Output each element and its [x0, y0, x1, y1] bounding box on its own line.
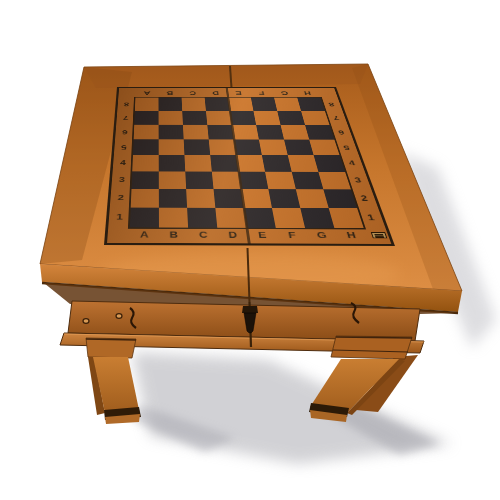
left-leg-cap: [86, 338, 136, 358]
square-b7: [159, 111, 183, 125]
square-d4: [210, 155, 238, 172]
square-a3: [131, 171, 158, 189]
file-label-top-d: D: [204, 88, 228, 97]
square-f4: [262, 155, 292, 172]
file-label-top-a: A: [135, 88, 158, 97]
rank-label-right-6: 6: [329, 125, 353, 140]
square-f5: [259, 140, 288, 156]
corner-cell-bottom-right: [364, 228, 392, 244]
rank-label-right-7: 7: [325, 111, 348, 125]
file-label-top-f: F: [249, 88, 274, 97]
corner-cell-top-left: [118, 88, 135, 97]
table-illustration: [0, 0, 500, 500]
tabletop-shade-back: [84, 64, 368, 88]
square-f8: [251, 98, 277, 111]
file-label-top-c: C: [181, 88, 205, 97]
square-d1: [215, 208, 246, 228]
square-e1: [244, 208, 276, 228]
rank-label-right-5: 5: [334, 140, 358, 156]
maker-stamp: [371, 232, 388, 238]
rank-label-left-7: 7: [116, 111, 135, 125]
square-a2: [131, 189, 159, 208]
square-c8: [182, 98, 206, 111]
square-f2: [268, 189, 300, 208]
square-b2: [159, 189, 187, 208]
right-leg-cap-line: [336, 337, 412, 338]
file-label-bottom-b: B: [159, 227, 189, 243]
rank-label-left-5: 5: [114, 139, 134, 155]
square-d5: [209, 139, 236, 155]
square-e7: [230, 111, 256, 125]
file-label-top-h: H: [295, 88, 321, 97]
corner-cell-top-right: [317, 88, 337, 97]
square-d2: [214, 189, 244, 208]
file-label-top-g: G: [272, 88, 297, 97]
square-e4: [236, 155, 265, 172]
rank-label-right-4: 4: [340, 155, 365, 172]
photo-canvas: ABCDEFGH8877665544332211ABCDEFGH: [0, 0, 500, 500]
square-e3: [238, 172, 268, 190]
center-latch-plate: [242, 306, 258, 313]
square-e8: [228, 98, 254, 111]
square-c5: [184, 139, 211, 155]
rank-label-left-4: 4: [113, 155, 133, 172]
square-d3: [212, 172, 241, 190]
square-a4: [132, 155, 158, 172]
file-label-bottom-c: C: [188, 228, 219, 244]
rank-label-left-6: 6: [115, 125, 134, 140]
square-d8: [205, 98, 230, 111]
file-label-bottom-d: D: [217, 228, 248, 244]
square-b5: [159, 139, 185, 155]
square-d6: [207, 125, 234, 140]
square-a5: [133, 139, 159, 155]
square-e2: [241, 189, 272, 208]
square-b1: [159, 208, 188, 228]
left-pull-knob-2: [116, 314, 122, 319]
square-b8: [158, 98, 182, 111]
square-c2: [186, 189, 215, 208]
square-c6: [183, 125, 209, 140]
rank-label-right-8: 8: [320, 98, 342, 111]
left-pull-knob-1: [83, 319, 89, 324]
square-f7: [253, 111, 280, 125]
file-label-bottom-e: E: [246, 228, 278, 244]
rank-label-left-2: 2: [110, 189, 132, 208]
square-b3: [159, 171, 186, 189]
square-a8: [135, 98, 159, 111]
square-a1: [130, 208, 159, 228]
corner-cell-bottom-left: [107, 227, 130, 243]
file-label-top-b: B: [158, 88, 181, 97]
square-e5: [234, 139, 262, 155]
square-e6: [232, 125, 259, 140]
square-b6: [159, 125, 184, 140]
rank-label-left-8: 8: [117, 98, 135, 111]
square-c4: [184, 155, 211, 172]
square-a6: [134, 125, 159, 140]
square-c3: [185, 172, 213, 190]
rank-label-left-1: 1: [108, 207, 130, 227]
right-leg-cap: [331, 336, 412, 359]
file-label-bottom-g: G: [305, 228, 339, 244]
square-b4: [159, 155, 186, 172]
square-c7: [182, 111, 207, 125]
square-f3: [265, 172, 296, 190]
file-label-top-e: E: [226, 88, 250, 97]
left-leg-cap-line: [86, 339, 136, 340]
rank-label-left-3: 3: [111, 171, 132, 189]
file-label-bottom-f: F: [276, 228, 309, 244]
square-a7: [134, 111, 158, 125]
square-f6: [256, 125, 284, 140]
file-label-bottom-a: A: [129, 227, 159, 243]
square-c1: [187, 208, 217, 228]
square-d7: [206, 111, 232, 125]
